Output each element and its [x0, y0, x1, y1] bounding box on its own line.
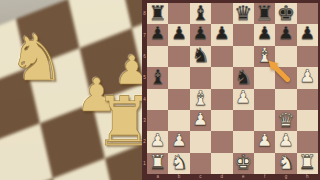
- square-g3[interactable]: ♛: [275, 110, 296, 131]
- wooden-knight-piece: ♞: [8, 26, 65, 90]
- square-e5[interactable]: ♞: [233, 67, 254, 88]
- square-d6[interactable]: [211, 46, 232, 67]
- black-pawn-a7: ♟: [150, 25, 166, 43]
- white-knight-g1: ♞: [277, 152, 295, 172]
- white-pawn-c3: ♟: [193, 111, 209, 129]
- square-d2[interactable]: [211, 131, 232, 152]
- black-knight-e5: ♞: [234, 67, 252, 87]
- black-queen-e8: ♛: [234, 3, 252, 23]
- square-a3[interactable]: [147, 110, 168, 131]
- white-pawn-b2: ♟: [171, 132, 187, 150]
- square-a1[interactable]: ♜: [147, 153, 168, 174]
- black-knight-c6: ♞: [191, 45, 209, 65]
- black-pawn-h7: ♟: [299, 25, 315, 43]
- square-c1[interactable]: [190, 153, 211, 174]
- file-label-b: b: [168, 174, 189, 180]
- chess-photo: ♞ ♟ ♟ ♜: [0, 0, 142, 180]
- square-b3[interactable]: [168, 110, 189, 131]
- video-frame: ♞ ♟ ♟ ♜ 87654321 abcdefgh ♜♝♛♜♚♟♟♟♟♟♟♟♞♝…: [0, 0, 320, 180]
- white-king-e1: ♚: [234, 152, 252, 172]
- square-c2[interactable]: [190, 131, 211, 152]
- file-label-h: h: [297, 174, 318, 180]
- square-f3[interactable]: [254, 110, 275, 131]
- board-squares: ♜♝♛♜♚♟♟♟♟♟♟♟♞♝♝♞♟♝♟♟♛♟♟♟♟♜♞♚♞♜: [147, 3, 318, 174]
- file-label-d: d: [211, 174, 232, 180]
- square-c3[interactable]: ♟: [190, 110, 211, 131]
- black-rook-f8: ♜: [256, 3, 274, 23]
- square-b5[interactable]: [168, 67, 189, 88]
- square-d8[interactable]: [211, 3, 232, 24]
- file-labels: abcdefgh: [147, 174, 318, 180]
- white-bishop-f6: ♝: [256, 45, 274, 65]
- square-e8[interactable]: ♛: [233, 3, 254, 24]
- square-h8[interactable]: [297, 3, 318, 24]
- square-e3[interactable]: [233, 110, 254, 131]
- square-d7[interactable]: ♟: [211, 24, 232, 45]
- black-bishop-a5: ♝: [149, 67, 167, 87]
- file-label-c: c: [190, 174, 211, 180]
- square-a7[interactable]: ♟: [147, 24, 168, 45]
- square-d3[interactable]: [211, 110, 232, 131]
- square-h5[interactable]: ♟: [297, 67, 318, 88]
- square-g8[interactable]: ♚: [275, 3, 296, 24]
- file-label-a: a: [147, 174, 168, 180]
- square-f4[interactable]: [254, 89, 275, 110]
- white-rook-a1: ♜: [149, 152, 167, 172]
- square-b1[interactable]: ♞: [168, 153, 189, 174]
- white-pawn-h5: ♟: [299, 68, 315, 86]
- black-king-g8: ♚: [277, 3, 295, 23]
- white-bishop-c4: ♝: [191, 88, 209, 108]
- square-f5[interactable]: [254, 67, 275, 88]
- black-rook-a8: ♜: [149, 3, 167, 23]
- square-g7[interactable]: ♟: [275, 24, 296, 45]
- white-pawn-e4: ♟: [235, 89, 251, 107]
- square-f6[interactable]: ♝: [254, 46, 275, 67]
- white-pawn-f2: ♟: [257, 132, 273, 150]
- square-b8[interactable]: [168, 3, 189, 24]
- black-bishop-c8: ♝: [191, 3, 209, 23]
- square-e1[interactable]: ♚: [233, 153, 254, 174]
- black-pawn-b7: ♟: [171, 25, 187, 43]
- black-pawn-c7: ♟: [193, 25, 209, 43]
- square-h6[interactable]: [297, 46, 318, 67]
- wooden-rook-piece: ♜: [94, 88, 142, 156]
- square-h3[interactable]: [297, 110, 318, 131]
- black-pawn-d7: ♟: [214, 25, 230, 43]
- square-d4[interactable]: [211, 89, 232, 110]
- square-d1[interactable]: [211, 153, 232, 174]
- square-g1[interactable]: ♞: [275, 153, 296, 174]
- square-a8[interactable]: ♜: [147, 3, 168, 24]
- square-h4[interactable]: [297, 89, 318, 110]
- square-a4[interactable]: [147, 89, 168, 110]
- white-rook-h1: ♜: [298, 152, 316, 172]
- square-e4[interactable]: ♟: [233, 89, 254, 110]
- square-a5[interactable]: ♝: [147, 67, 168, 88]
- file-label-e: e: [233, 174, 254, 180]
- square-f8[interactable]: ♜: [254, 3, 275, 24]
- white-pawn-a2: ♟: [150, 132, 166, 150]
- white-pawn-g2: ♟: [278, 132, 294, 150]
- square-h7[interactable]: ♟: [297, 24, 318, 45]
- square-b6[interactable]: [168, 46, 189, 67]
- square-g6[interactable]: [275, 46, 296, 67]
- black-pawn-g7: ♟: [278, 25, 294, 43]
- square-h1[interactable]: ♜: [297, 153, 318, 174]
- square-c4[interactable]: ♝: [190, 89, 211, 110]
- square-b7[interactable]: ♟: [168, 24, 189, 45]
- white-queen-g3: ♛: [277, 110, 295, 130]
- square-c8[interactable]: ♝: [190, 3, 211, 24]
- square-f1[interactable]: [254, 153, 275, 174]
- file-label-g: g: [275, 174, 296, 180]
- square-e7[interactable]: [233, 24, 254, 45]
- square-c6[interactable]: ♞: [190, 46, 211, 67]
- file-label-f: f: [254, 174, 275, 180]
- square-g5[interactable]: [275, 67, 296, 88]
- square-b4[interactable]: [168, 89, 189, 110]
- square-d5[interactable]: [211, 67, 232, 88]
- square-f2[interactable]: ♟: [254, 131, 275, 152]
- chess-board: 87654321 abcdefgh ♜♝♛♜♚♟♟♟♟♟♟♟♞♝♝♞♟♝♟♟♛♟…: [142, 0, 320, 180]
- black-pawn-f7: ♟: [257, 25, 273, 43]
- white-knight-b1: ♞: [170, 152, 188, 172]
